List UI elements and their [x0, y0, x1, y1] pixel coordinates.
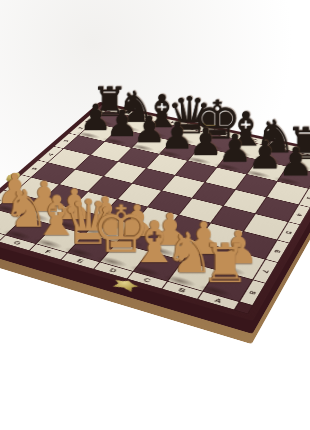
perspective-scene: HGFEDCBA1122334455667788HGFEDCBA ♜♞♝♛♚♝♞…: [0, 0, 310, 430]
chess-set-photo: HGFEDCBA1122334455667788HGFEDCBA ♜♞♝♛♚♝♞…: [0, 0, 310, 430]
chess-board-box: HGFEDCBA1122334455667788HGFEDCBA ♜♞♝♛♚♝♞…: [0, 102, 310, 321]
piece-black-pawn[interactable]: ♟: [278, 167, 310, 188]
